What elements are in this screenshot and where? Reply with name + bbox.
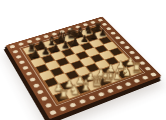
board-frame: ♜♞♝♛♚♝♞♜♟♟♟♟♟♟♟♟♟♟♟♟♟♟♟♟♜♞♝♛♚♝♞♜ — [6, 17, 162, 120]
square-c3 — [65, 70, 80, 80]
square-e1: ♚ — [96, 76, 112, 87]
square-h3 — [114, 53, 129, 62]
square-c4 — [60, 63, 75, 73]
photo-backdrop: ♜♞♝♛♚♝♞♜♟♟♟♟♟♟♟♟♟♟♟♟♟♟♟♟♜♞♝♛♚♝♞♜ — [0, 0, 166, 120]
chess-board: ♜♞♝♛♚♝♞♜♟♟♟♟♟♟♟♟♟♟♟♟♟♟♟♟♜♞♝♛♚♝♞♜ — [6, 17, 162, 120]
playing-field: ♜♞♝♛♚♝♞♜♟♟♟♟♟♟♟♟♟♟♟♟♟♟♟♟♜♞♝♛♚♝♞♜ — [23, 26, 141, 103]
square-g1: ♞ — [116, 69, 132, 79]
